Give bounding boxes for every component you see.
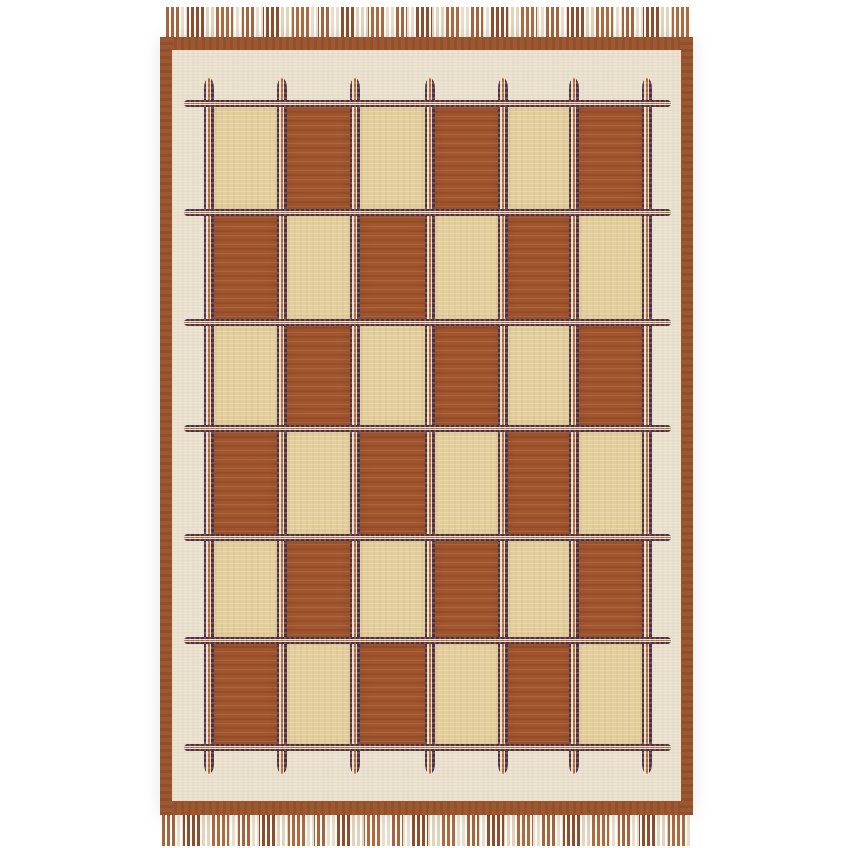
square-r6c2-tan (282, 640, 355, 747)
square-r3c6-brown (574, 322, 647, 428)
square-r6c1-brown (209, 640, 282, 747)
grid-line-horizontal-7 (184, 744, 671, 751)
square-r6c4-tan (430, 640, 503, 747)
square-r2c3-brown (355, 212, 430, 322)
selvage-right-band (680, 37, 693, 815)
square-r1c6-brown (574, 103, 647, 212)
grid-line-horizontal-3 (184, 319, 671, 326)
square-r3c1-tan (209, 322, 282, 428)
grid-line-horizontal-5 (184, 534, 671, 541)
square-r5c3-tan (355, 537, 430, 640)
grid-line-horizontal-2 (184, 209, 671, 216)
square-r3c3-tan (355, 322, 430, 428)
photo-background (0, 0, 848, 848)
square-r5c5-tan (503, 537, 574, 640)
selvage-top-band (160, 37, 693, 51)
square-r2c6-tan (574, 212, 647, 322)
square-r2c4-tan (430, 212, 503, 322)
grid-line-horizontal-6 (184, 637, 671, 644)
grid-line-horizontal-1 (184, 100, 671, 107)
square-r2c5-brown (503, 212, 574, 322)
square-r6c3-brown (355, 640, 430, 747)
square-r2c2-tan (282, 212, 355, 322)
square-r2c1-brown (209, 212, 282, 322)
square-r1c5-tan (503, 103, 574, 212)
square-r4c4-tan (430, 428, 503, 537)
square-r1c3-tan (355, 103, 430, 212)
square-r1c4-brown (430, 103, 503, 212)
square-r1c2-brown (282, 103, 355, 212)
square-r4c5-brown (503, 428, 574, 537)
selvage-bottom-band (160, 800, 693, 815)
square-r3c2-brown (282, 322, 355, 428)
square-r4c6-tan (574, 428, 647, 537)
square-r5c4-brown (430, 537, 503, 640)
grid-line-horizontal-4 (184, 425, 671, 432)
square-r3c4-brown (430, 322, 503, 428)
square-r3c5-tan (503, 322, 574, 428)
square-r4c2-tan (282, 428, 355, 537)
square-r1c1-tan (209, 103, 282, 212)
square-r4c3-brown (355, 428, 430, 537)
fringe-bottom (162, 810, 692, 846)
square-r5c2-brown (282, 537, 355, 640)
square-r5c6-brown (574, 537, 647, 640)
fringe-top (166, 7, 690, 40)
square-r6c6-tan (574, 640, 647, 747)
square-r4c1-brown (209, 428, 282, 537)
square-r5c1-tan (209, 537, 282, 640)
square-r6c5-brown (503, 640, 574, 747)
